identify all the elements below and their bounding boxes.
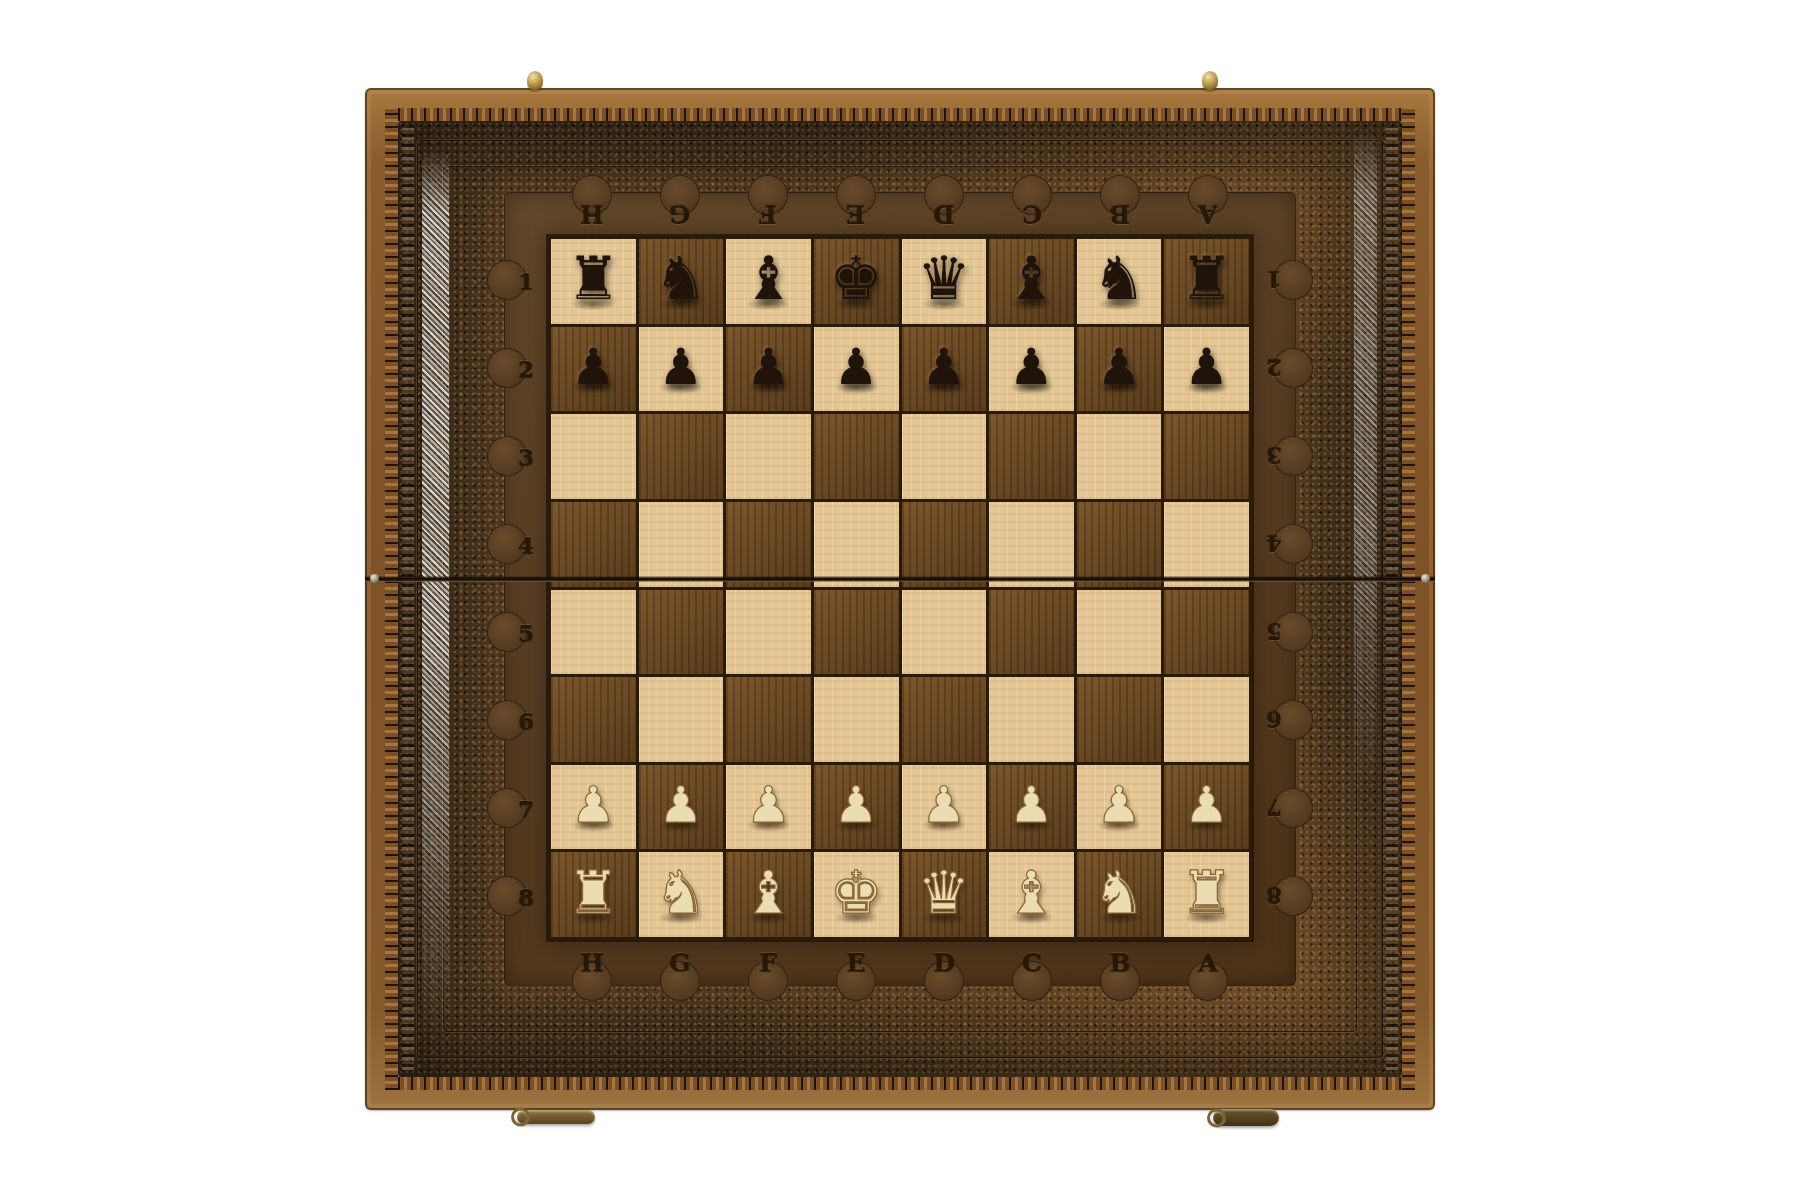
square-f7: ♟	[726, 765, 811, 850]
white-pawn: ♟	[834, 780, 879, 830]
file-label-top-d-text: D	[933, 202, 955, 227]
rank-labels-left: 12345678	[504, 236, 548, 940]
black-knight: ♞	[654, 248, 708, 308]
rank-label-left-8-text: 8	[518, 885, 534, 908]
square-h2: ♟	[551, 327, 636, 412]
file-label-top-g: G	[636, 192, 724, 236]
square-h7: ♟	[551, 765, 636, 850]
white-pawn: ♟	[571, 780, 616, 830]
square-f5	[726, 590, 811, 675]
square-f2: ♟	[726, 327, 811, 412]
product-photo: HGFEDCBA HGFEDCBA 12345678 12345678 ♜♞♝♚…	[0, 0, 1800, 1200]
rank-label-right-4-text: 4	[1266, 533, 1282, 556]
square-b5	[1077, 590, 1162, 675]
square-g8: ♞	[639, 852, 724, 937]
square-b4	[1077, 502, 1162, 587]
file-label-bottom-f: F	[724, 940, 812, 984]
square-c6	[989, 677, 1074, 762]
file-label-bottom-b-text: B	[1109, 950, 1130, 975]
rank-label-left-5-text: 5	[518, 621, 534, 644]
rank-label-right-2-text: 2	[1266, 357, 1282, 380]
file-label-top-h: H	[548, 192, 636, 236]
square-a5	[1164, 590, 1249, 675]
white-pawn: ♟	[659, 780, 704, 830]
square-f6	[726, 677, 811, 762]
white-pawn: ♟	[746, 780, 791, 830]
square-a6	[1164, 677, 1249, 762]
white-pawn: ♟	[1009, 780, 1054, 830]
black-bishop: ♝	[742, 248, 796, 308]
black-bishop: ♝	[1005, 248, 1059, 308]
square-f8: ♝	[726, 852, 811, 937]
file-label-bottom-h: H	[548, 940, 636, 984]
file-label-bottom-b: B	[1076, 940, 1164, 984]
rank-label-right-1: 1	[1252, 236, 1296, 324]
square-e2: ♟	[814, 327, 899, 412]
rank-label-left-2: 2	[504, 324, 548, 412]
file-label-bottom-g-text: G	[669, 950, 690, 975]
square-e7: ♟	[814, 765, 899, 850]
square-d2: ♟	[902, 327, 987, 412]
white-pawn: ♟	[1097, 780, 1142, 830]
seam-pivot-right	[1421, 574, 1430, 583]
white-queen: ♛	[917, 862, 970, 921]
square-b6	[1077, 677, 1162, 762]
square-c3	[989, 414, 1074, 499]
file-label-top-d: D	[900, 192, 988, 236]
square-d1: ♛	[902, 239, 987, 324]
bead-border-top	[385, 108, 1415, 121]
black-rook: ♜	[566, 248, 620, 308]
square-a2: ♟	[1164, 327, 1249, 412]
square-g1: ♞	[639, 239, 724, 324]
square-f1: ♝	[726, 239, 811, 324]
square-h4	[551, 502, 636, 587]
rank-label-left-7-text: 7	[518, 797, 534, 820]
square-f4	[726, 502, 811, 587]
file-label-bottom-c: C	[988, 940, 1076, 984]
file-label-top-e: E	[812, 192, 900, 236]
file-label-top-e-text: E	[846, 202, 865, 227]
rank-label-right-1-text: 1	[1266, 269, 1282, 292]
rank-label-right-5: 5	[1252, 588, 1296, 676]
rank-label-right-6: 6	[1252, 676, 1296, 764]
file-label-bottom-h-text: H	[580, 950, 604, 975]
square-c2: ♟	[989, 327, 1074, 412]
rank-label-left-8: 8	[504, 852, 548, 940]
square-d7: ♟	[902, 765, 987, 850]
rank-label-right-4: 4	[1252, 500, 1296, 588]
black-pawn: ♟	[834, 341, 879, 391]
bead-border-left	[385, 108, 398, 1090]
black-knight: ♞	[1092, 248, 1146, 308]
square-e8: ♚	[814, 852, 899, 937]
file-label-top-b-text: B	[1109, 202, 1130, 227]
file-label-top-a: A	[1164, 192, 1252, 236]
rank-label-left-2-text: 2	[518, 357, 534, 380]
rank-label-left-4-text: 4	[518, 533, 534, 556]
square-a7: ♟	[1164, 765, 1249, 850]
file-label-top-c-text: C	[1022, 202, 1042, 227]
bead-border-right	[1402, 108, 1415, 1090]
rank-label-right-8: 8	[1252, 852, 1296, 940]
square-h3	[551, 414, 636, 499]
square-h5	[551, 590, 636, 675]
square-g5	[639, 590, 724, 675]
black-pawn: ♟	[571, 341, 616, 391]
fold-seam	[365, 576, 1435, 582]
latch-left	[517, 1110, 595, 1124]
square-b8: ♞	[1077, 852, 1162, 937]
square-a4	[1164, 502, 1249, 587]
square-a3	[1164, 414, 1249, 499]
black-rook: ♜	[1180, 248, 1234, 308]
file-label-top-f-text: F	[759, 202, 777, 227]
file-label-bottom-f-text: F	[759, 950, 777, 975]
rank-label-left-1: 1	[504, 236, 548, 324]
silver-inlay-band-left	[422, 150, 449, 1038]
square-c4	[989, 502, 1074, 587]
chess-grid: ♜♞♝♚♛♝♞♜♟♟♟♟♟♟♟♟♟♟♟♟♟♟♟♟♜♞♝♚♛♝♞♜	[548, 236, 1252, 940]
file-label-bottom-a: A	[1164, 940, 1252, 984]
square-g4	[639, 502, 724, 587]
rank-label-left-6-text: 6	[518, 709, 534, 732]
square-c8: ♝	[989, 852, 1074, 937]
black-pawn: ♟	[1097, 341, 1142, 391]
square-d4	[902, 502, 987, 587]
rank-label-right-7: 7	[1252, 764, 1296, 852]
file-label-bottom-d-text: D	[933, 950, 955, 975]
rank-label-left-1-text: 1	[518, 269, 534, 292]
seam-pivot-left	[370, 574, 379, 583]
file-label-bottom-e-text: E	[846, 950, 865, 975]
square-f3	[726, 414, 811, 499]
square-e6	[814, 677, 899, 762]
white-bishop: ♝	[742, 862, 795, 921]
square-e1: ♚	[814, 239, 899, 324]
rank-label-left-3: 3	[504, 412, 548, 500]
white-knight: ♞	[654, 862, 707, 921]
file-label-bottom-e: E	[812, 940, 900, 984]
chain-band-left	[402, 128, 414, 1070]
square-c1: ♝	[989, 239, 1074, 324]
rank-label-left-7: 7	[504, 764, 548, 852]
square-h8: ♜	[551, 852, 636, 937]
file-label-top-b: B	[1076, 192, 1164, 236]
square-h6	[551, 677, 636, 762]
file-label-bottom-a-text: A	[1198, 950, 1217, 975]
silver-inlay-band-right	[1354, 130, 1377, 790]
chain-band-right	[1386, 128, 1398, 1070]
hinge-pin-right	[1202, 71, 1218, 90]
square-g2: ♟	[639, 327, 724, 412]
black-pawn: ♟	[921, 341, 966, 391]
rank-label-right-3-text: 3	[1266, 445, 1282, 468]
square-e3	[814, 414, 899, 499]
rank-label-right-6-text: 6	[1266, 709, 1282, 732]
white-pawn: ♟	[921, 780, 966, 830]
square-b3	[1077, 414, 1162, 499]
square-g3	[639, 414, 724, 499]
white-knight: ♞	[1093, 862, 1146, 921]
file-labels-top: HGFEDCBA	[548, 192, 1252, 236]
black-pawn: ♟	[1009, 341, 1054, 391]
square-d8: ♛	[902, 852, 987, 937]
white-bishop: ♝	[1005, 862, 1058, 921]
bead-border-bottom	[385, 1077, 1415, 1090]
file-label-top-a-text: A	[1198, 202, 1217, 227]
black-king: ♚	[829, 248, 883, 308]
square-g6	[639, 677, 724, 762]
file-label-top-f: F	[724, 192, 812, 236]
file-label-bottom-g: G	[636, 940, 724, 984]
square-e5	[814, 590, 899, 675]
black-pawn: ♟	[1184, 341, 1229, 391]
square-b2: ♟	[1077, 327, 1162, 412]
white-rook: ♜	[567, 862, 620, 921]
file-label-bottom-d: D	[900, 940, 988, 984]
hinge-pin-left	[527, 71, 543, 90]
file-label-top-g-text: G	[669, 202, 690, 227]
rank-label-right-5-text: 5	[1266, 621, 1282, 644]
black-pawn: ♟	[659, 341, 704, 391]
square-d5	[902, 590, 987, 675]
square-c5	[989, 590, 1074, 675]
rank-label-right-3: 3	[1252, 412, 1296, 500]
square-b7: ♟	[1077, 765, 1162, 850]
rank-labels-right: 12345678	[1252, 236, 1296, 940]
rank-label-right-8-text: 8	[1266, 885, 1282, 908]
rank-label-left-5: 5	[504, 588, 548, 676]
square-g7: ♟	[639, 765, 724, 850]
square-h1: ♜	[551, 239, 636, 324]
square-a1: ♜	[1164, 239, 1249, 324]
square-c7: ♟	[989, 765, 1074, 850]
white-pawn: ♟	[1184, 780, 1229, 830]
latch-right	[1213, 1109, 1279, 1126]
white-rook: ♜	[1180, 862, 1233, 921]
file-labels-bottom: HGFEDCBA	[548, 940, 1252, 984]
square-a8: ♜	[1164, 852, 1249, 937]
file-label-top-h-text: H	[580, 202, 604, 227]
black-queen: ♛	[917, 248, 971, 308]
rank-label-left-4: 4	[504, 500, 548, 588]
rank-label-left-3-text: 3	[518, 445, 534, 468]
black-pawn: ♟	[746, 341, 791, 391]
file-label-top-c: C	[988, 192, 1076, 236]
square-e4	[814, 502, 899, 587]
rank-label-right-2: 2	[1252, 324, 1296, 412]
square-b1: ♞	[1077, 239, 1162, 324]
file-label-bottom-c-text: C	[1022, 950, 1042, 975]
chess-box: HGFEDCBA HGFEDCBA 12345678 12345678 ♜♞♝♚…	[365, 88, 1435, 1110]
square-d3	[902, 414, 987, 499]
rank-label-right-7-text: 7	[1266, 797, 1282, 820]
white-king: ♚	[830, 862, 883, 921]
square-d6	[902, 677, 987, 762]
rank-label-left-6: 6	[504, 676, 548, 764]
